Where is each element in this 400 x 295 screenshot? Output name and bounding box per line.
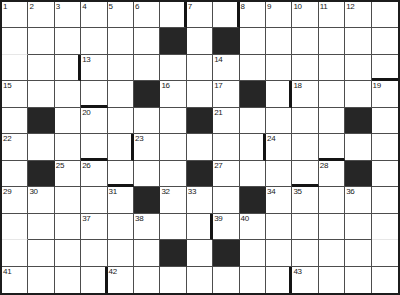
cell-r3c9[interactable]: 14 [213,55,239,81]
clue-number-36: 36 [346,187,354,196]
cell-r2c14[interactable] [345,28,371,54]
cell-r3c4[interactable]: 13 [81,55,107,81]
clue-number-3: 3 [56,2,60,11]
cell-r1c1[interactable]: 1 [2,2,28,28]
cell-r11c14[interactable] [345,267,371,293]
cell-r10c11[interactable] [266,240,292,266]
cell-r4c3[interactable] [55,81,81,107]
block-cell-r5c2 [28,108,54,134]
clue-number-34: 34 [267,187,275,196]
cell-r2c4[interactable] [81,28,107,54]
block-cell-r8c10 [240,187,266,213]
cell-r9c12[interactable] [292,214,318,240]
cell-r8c4[interactable] [81,187,107,213]
clue-number-17: 17 [214,81,222,90]
cell-r1c7[interactable] [160,2,186,28]
block-cell-r7c14 [345,161,371,187]
clue-number-18: 18 [293,81,301,90]
cell-r9c15[interactable] [372,214,398,240]
cell-r5c6[interactable] [134,108,160,134]
clue-number-38: 38 [135,214,143,223]
cell-r6c7[interactable] [160,134,186,160]
block-cell-r10c9 [213,240,239,266]
cell-r4c2[interactable] [28,81,54,107]
cell-r8c2[interactable]: 30 [28,187,54,213]
cell-r9c8[interactable] [187,214,213,240]
cell-r6c8[interactable] [187,134,213,160]
clue-number-16: 16 [161,81,169,90]
cell-r1c6[interactable]: 6 [134,2,160,28]
cell-r2c1[interactable] [2,28,28,54]
cell-r11c8[interactable] [187,267,213,293]
cell-r10c13[interactable] [319,240,345,266]
cell-r5c1[interactable] [2,108,28,134]
clue-number-23: 23 [135,134,143,143]
block-cell-r8c6 [134,187,160,213]
cell-r8c15[interactable] [372,187,398,213]
cell-r10c15[interactable] [372,240,398,266]
cell-r10c4[interactable] [81,240,107,266]
cell-r11c9[interactable] [213,267,239,293]
cell-r11c5[interactable]: 42 [108,267,134,293]
cell-r8c9[interactable] [213,187,239,213]
cell-r11c15[interactable] [372,267,398,293]
cell-r4c4[interactable] [81,81,107,107]
cell-r3c5[interactable] [108,55,134,81]
cell-r4c7[interactable]: 16 [160,81,186,107]
cell-r3c10[interactable] [240,55,266,81]
cell-r11c6[interactable] [134,267,160,293]
cell-r7c12[interactable] [292,161,318,187]
cell-r9c13[interactable] [319,214,345,240]
clue-number-10: 10 [293,2,301,11]
cell-r6c12[interactable] [292,134,318,160]
clue-number-19: 19 [373,81,381,90]
cell-r4c13[interactable] [319,81,345,107]
cell-r9c6[interactable]: 38 [134,214,160,240]
cell-r8c7[interactable]: 32 [160,187,186,213]
clue-number-5: 5 [109,2,113,11]
clue-number-7: 7 [188,2,192,11]
block-cell-r4c6 [134,81,160,107]
cell-r9c10[interactable]: 40 [240,214,266,240]
cell-r7c5[interactable] [108,161,134,187]
cell-r8c12[interactable]: 35 [292,187,318,213]
cell-r10c2[interactable] [28,240,54,266]
clue-number-1: 1 [3,2,7,11]
cell-r7c9[interactable]: 27 [213,161,239,187]
cell-r6c10[interactable] [240,134,266,160]
cell-r6c9[interactable] [213,134,239,160]
cell-r9c9[interactable]: 39 [213,214,239,240]
cell-r9c4[interactable]: 37 [81,214,107,240]
cell-r9c11[interactable] [266,214,292,240]
clue-number-8: 8 [241,2,245,11]
clue-number-22: 22 [3,134,11,143]
cell-r1c3[interactable]: 3 [55,2,81,28]
cell-r5c11[interactable] [266,108,292,134]
cell-r1c14[interactable]: 12 [345,2,371,28]
clue-number-42: 42 [109,267,117,276]
cell-r7c10[interactable] [240,161,266,187]
cell-r7c4[interactable]: 26 [81,161,107,187]
cell-r2c8[interactable] [187,28,213,54]
clue-number-31: 31 [109,187,117,196]
cell-r11c12[interactable]: 43 [292,267,318,293]
cell-r1c5[interactable]: 5 [108,2,134,28]
cell-r5c10[interactable] [240,108,266,134]
cell-r4c12[interactable]: 18 [292,81,318,107]
cell-r2c10[interactable] [240,28,266,54]
clue-number-2: 2 [29,2,33,11]
clue-number-35: 35 [293,187,301,196]
cell-r3c14[interactable] [345,55,371,81]
cell-r4c1[interactable]: 15 [2,81,28,107]
clue-number-40: 40 [241,214,249,223]
cell-r5c3[interactable] [55,108,81,134]
cell-r7c7[interactable] [160,161,186,187]
clue-number-30: 30 [29,187,37,196]
cell-r7c3[interactable]: 25 [55,161,81,187]
cell-r2c15[interactable] [372,28,398,54]
clue-number-13: 13 [82,55,90,64]
cell-r1c15[interactable] [372,2,398,28]
cell-r2c3[interactable] [55,28,81,54]
cell-r11c11[interactable] [266,267,292,293]
crossword-board: 1234567891011121314151617181920212223242… [0,0,400,295]
cell-r10c8[interactable] [187,240,213,266]
cell-r3c12[interactable] [292,55,318,81]
cell-r1c13[interactable]: 11 [319,2,345,28]
block-cell-r4c10 [240,81,266,107]
cell-r10c3[interactable] [55,240,81,266]
clue-number-26: 26 [82,161,90,170]
cell-r7c13[interactable]: 28 [319,161,345,187]
cell-r4c14[interactable] [345,81,371,107]
cell-r9c3[interactable] [55,214,81,240]
cell-r10c12[interactable] [292,240,318,266]
cell-r8c11[interactable]: 34 [266,187,292,213]
cell-r4c15[interactable]: 19 [372,81,398,107]
cell-r9c14[interactable] [345,214,371,240]
cell-r5c9[interactable]: 21 [213,108,239,134]
cell-r3c11[interactable] [266,55,292,81]
block-cell-r5c8 [187,108,213,134]
cell-r10c14[interactable] [345,240,371,266]
cell-r1c9[interactable] [213,2,239,28]
block-cell-r2c9 [213,28,239,54]
cell-r2c5[interactable] [108,28,134,54]
clue-number-20: 20 [82,108,90,117]
block-cell-r7c2 [28,161,54,187]
cell-r9c1[interactable] [2,214,28,240]
cell-r4c11[interactable] [266,81,292,107]
cell-r11c2[interactable] [28,267,54,293]
cell-r6c14[interactable] [345,134,371,160]
cell-r8c13[interactable] [319,187,345,213]
cell-r2c2[interactable] [28,28,54,54]
clue-number-37: 37 [82,214,90,223]
cell-r6c1[interactable]: 22 [2,134,28,160]
cell-r9c2[interactable] [28,214,54,240]
clue-number-6: 6 [135,2,139,11]
clue-number-43: 43 [293,267,301,276]
cell-r1c8[interactable]: 7 [187,2,213,28]
cell-r6c4[interactable] [81,134,107,160]
clue-number-9: 9 [267,2,271,11]
cell-r6c2[interactable] [28,134,54,160]
cell-r5c12[interactable] [292,108,318,134]
cell-r6c11[interactable]: 24 [266,134,292,160]
cell-r5c5[interactable] [108,108,134,134]
cell-r9c5[interactable] [108,214,134,240]
cell-r11c13[interactable] [319,267,345,293]
clue-number-21: 21 [214,108,222,117]
cell-r10c6[interactable] [134,240,160,266]
cell-r11c1[interactable]: 41 [2,267,28,293]
cell-r4c5[interactable] [108,81,134,107]
cell-r2c6[interactable] [134,28,160,54]
cell-r11c4[interactable] [81,267,107,293]
cell-r5c15[interactable] [372,108,398,134]
clue-number-27: 27 [214,161,222,170]
cell-r6c6[interactable]: 23 [134,134,160,160]
cell-r10c1[interactable] [2,240,28,266]
cell-r4c9[interactable]: 17 [213,81,239,107]
crossword-puzzle: 1234567891011121314151617181920212223242… [0,0,400,295]
cell-r11c10[interactable] [240,267,266,293]
clue-number-29: 29 [3,187,11,196]
cell-r9c7[interactable] [160,214,186,240]
clue-number-25: 25 [56,161,64,170]
cell-r6c13[interactable] [319,134,345,160]
cell-r7c15[interactable] [372,161,398,187]
cell-r5c4[interactable]: 20 [81,108,107,134]
clue-number-14: 14 [214,55,222,64]
cell-r7c11[interactable] [266,161,292,187]
cell-r8c8[interactable]: 33 [187,187,213,213]
clue-number-39: 39 [214,214,222,223]
cell-r1c12[interactable]: 10 [292,2,318,28]
cell-r8c1[interactable]: 29 [2,187,28,213]
cell-r11c3[interactable] [55,267,81,293]
cell-r4c8[interactable] [187,81,213,107]
cell-r3c7[interactable] [160,55,186,81]
cell-r1c4[interactable]: 4 [81,2,107,28]
cell-r1c11[interactable]: 9 [266,2,292,28]
cell-r8c3[interactable] [55,187,81,213]
cell-r6c3[interactable] [55,134,81,160]
cell-r3c3[interactable] [55,55,81,81]
cell-r3c8[interactable] [187,55,213,81]
clue-number-24: 24 [267,134,275,143]
clue-number-15: 15 [3,81,11,90]
cell-r10c5[interactable] [108,240,134,266]
cell-r3c1[interactable] [2,55,28,81]
clue-number-33: 33 [188,187,196,196]
cell-r5c13[interactable] [319,108,345,134]
clue-number-11: 11 [320,2,328,11]
cell-r11c7[interactable] [160,267,186,293]
block-cell-r10c7 [160,240,186,266]
block-cell-r7c8 [187,161,213,187]
cell-r3c13[interactable] [319,55,345,81]
block-cell-r5c14 [345,108,371,134]
cell-r3c6[interactable] [134,55,160,81]
cell-r8c5[interactable]: 31 [108,187,134,213]
cell-r6c15[interactable] [372,134,398,160]
block-cell-r2c7 [160,28,186,54]
clue-number-12: 12 [346,2,354,11]
cell-r8c14[interactable]: 36 [345,187,371,213]
cell-r3c15[interactable] [372,55,398,81]
cell-r3c2[interactable] [28,55,54,81]
cell-r1c10[interactable]: 8 [240,2,266,28]
cell-r1c2[interactable]: 2 [28,2,54,28]
clue-number-41: 41 [3,267,11,276]
cell-r5c7[interactable] [160,108,186,134]
clue-number-32: 32 [161,187,169,196]
cell-r2c11[interactable] [266,28,292,54]
clue-number-28: 28 [320,161,328,170]
cell-r10c10[interactable] [240,240,266,266]
cell-r6c5[interactable] [108,134,134,160]
cell-r7c1[interactable] [2,161,28,187]
cell-r2c13[interactable] [319,28,345,54]
cell-r2c12[interactable] [292,28,318,54]
cell-r7c6[interactable] [134,161,160,187]
clue-number-4: 4 [82,2,86,11]
